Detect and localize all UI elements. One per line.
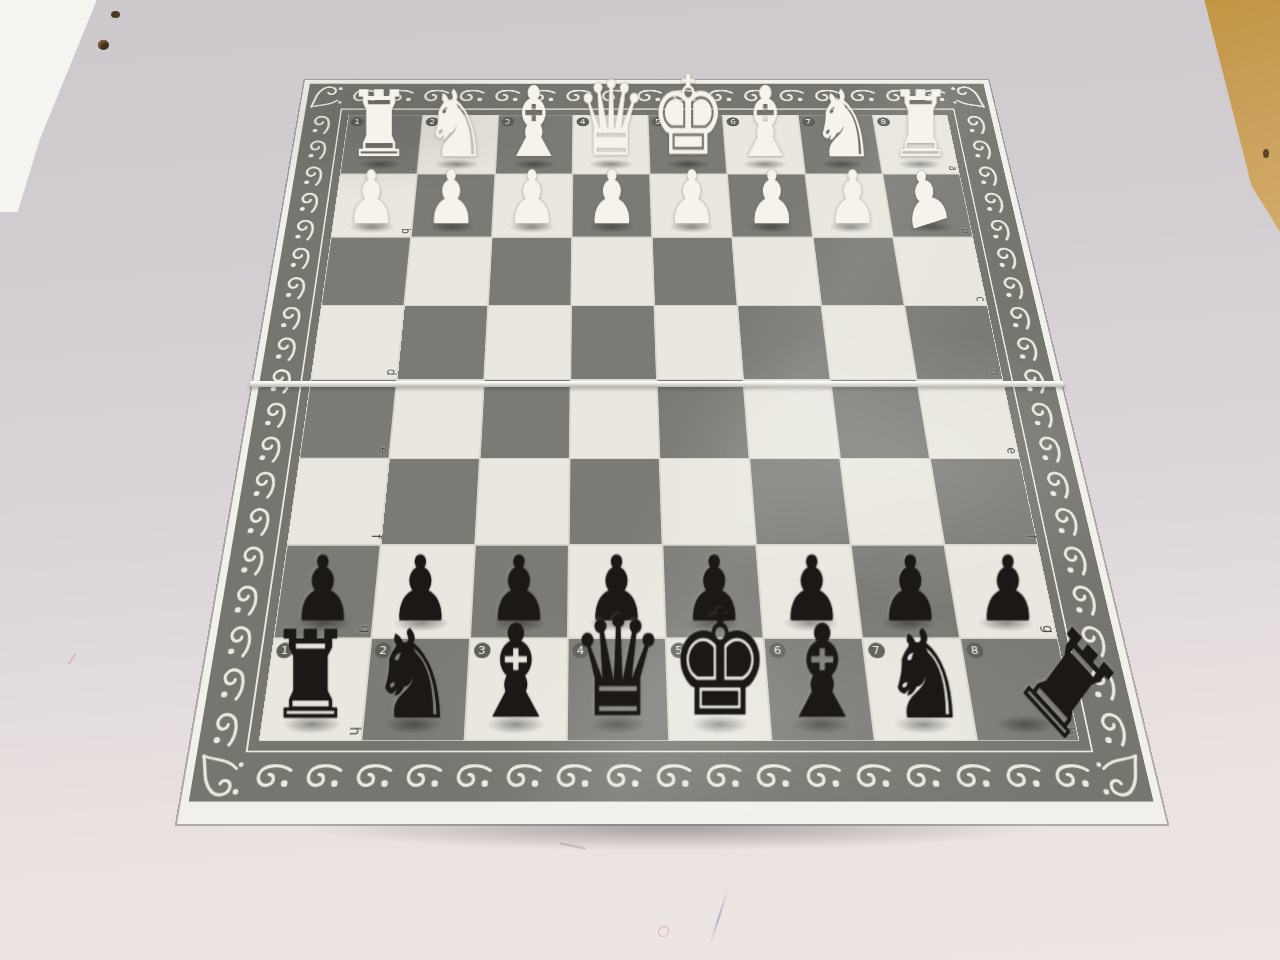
scroll-curl-icon	[1048, 502, 1082, 536]
square-b5[interactable]: ♟	[651, 174, 732, 236]
scroll-curl-icon	[229, 579, 262, 616]
square-f1[interactable]: f	[288, 459, 388, 544]
scroll-curl-icon	[844, 89, 877, 104]
scroll-curl-icon	[347, 89, 380, 104]
scroll-curl-icon	[489, 89, 520, 104]
square-b2[interactable]: ♟	[412, 174, 494, 236]
scroll-curl-icon	[667, 89, 698, 104]
square-e6[interactable]	[744, 380, 839, 458]
square-c3[interactable]	[488, 238, 570, 305]
scroll-curl-icon	[266, 364, 295, 394]
square-f8[interactable]: f	[931, 459, 1037, 544]
rank-letter-label: f	[369, 534, 383, 538]
scroll-curl-icon	[946, 762, 994, 791]
square-c5[interactable]	[653, 238, 737, 305]
scroll-curl-icon	[304, 136, 329, 159]
scroll-curl-icon	[797, 762, 843, 791]
scroll-curl-icon	[1011, 332, 1042, 361]
white-pawn[interactable]: ♟	[426, 160, 478, 234]
black-knight[interactable]: ♞	[882, 614, 968, 736]
scroll-curl-icon	[398, 762, 443, 791]
white-pawn[interactable]: ♟	[506, 160, 558, 234]
square-c7[interactable]	[813, 238, 903, 305]
square-e5[interactable]	[658, 380, 749, 458]
square-d4[interactable]	[571, 306, 656, 378]
corner-flourish-icon	[306, 84, 346, 110]
rank-letter-label: c	[973, 296, 986, 301]
scroll-curl-icon	[847, 762, 894, 791]
chess-scene: a1♜2♞3♝4♛5♚6♝7♞a8♜b♟♟♟♟♟♟♟b♟ccddeeffg♟♟♟…	[0, 0, 1280, 960]
square-f4[interactable]	[569, 459, 661, 544]
square-f2[interactable]	[382, 459, 479, 544]
square-d8[interactable]: d	[905, 306, 1002, 378]
fleur-flourish-icon	[947, 84, 989, 110]
square-h3[interactable]: 3♝	[465, 639, 567, 740]
black-knight[interactable]: ♞	[370, 614, 456, 736]
ornament-band-bottom	[242, 753, 1100, 802]
square-h2[interactable]: 2♞	[362, 639, 468, 740]
scroll-curl-icon	[300, 162, 326, 186]
black-queen[interactable]: ♛	[570, 598, 666, 736]
square-b7[interactable]: ♟	[806, 174, 892, 236]
scroll-curl-icon	[1032, 431, 1065, 463]
square-e3[interactable]	[480, 380, 569, 458]
scroll-curl-icon	[985, 215, 1013, 240]
white-pawn[interactable]: ♟	[746, 160, 798, 234]
square-h4[interactable]: 4♛	[568, 639, 669, 740]
square-e1[interactable]: e	[300, 380, 396, 458]
scroll-curl-icon	[525, 89, 556, 104]
scroll-curl-icon	[1083, 661, 1120, 701]
scroll-curl-icon	[973, 162, 1000, 186]
square-b1[interactable]: b♟	[332, 174, 417, 236]
scroll-curl-icon	[1056, 540, 1091, 576]
black-rook[interactable]: ♜	[268, 615, 353, 736]
square-h7[interactable]: 7♞	[863, 639, 976, 740]
scroll-curl-icon	[561, 89, 592, 104]
rank-letter-label: e	[1004, 447, 1018, 454]
scroll-curl-icon	[599, 762, 643, 791]
white-pawn[interactable]: ♟	[666, 160, 718, 234]
scroll-curl-icon	[247, 762, 294, 791]
scroll-curl-icon	[448, 762, 493, 791]
rank-letter-label: d	[384, 369, 397, 375]
rank-letter-label: e	[376, 447, 389, 454]
board-sheet: a1♜2♞3♝4♛5♚6♝7♞a8♜b♟♟♟♟♟♟♟b♟ccddeeffg♟♟♟…	[177, 80, 1167, 824]
fleur-flourish-icon	[306, 84, 346, 110]
square-h1[interactable]: h1♜	[260, 639, 371, 740]
scroll-curl-icon	[382, 89, 414, 104]
scroll-curl-icon	[962, 112, 988, 135]
square-d3[interactable]	[485, 306, 571, 378]
white-pawn[interactable]: ♟	[345, 160, 397, 234]
scroll-curl-icon	[348, 762, 394, 791]
square-h6[interactable]: 6♝	[765, 639, 874, 740]
scroll-curl-icon	[968, 136, 995, 159]
square-d5[interactable]	[655, 306, 742, 378]
scroll-curl-icon	[897, 762, 944, 791]
corner-flourish-icon	[947, 84, 989, 110]
scroll-curl-icon	[418, 89, 450, 104]
black-king[interactable]: ♚	[670, 591, 771, 736]
square-e7[interactable]	[831, 380, 929, 458]
scroll-curl-icon	[1025, 397, 1057, 428]
scroll-curl-icon	[271, 332, 300, 361]
scroll-curl-icon	[242, 502, 274, 536]
scroll-curl-icon	[1045, 762, 1094, 791]
scroll-curl-icon	[248, 466, 279, 499]
scroll-curl-icon	[632, 89, 663, 104]
scroll-curl-icon	[236, 540, 268, 576]
scroll-curl-icon	[291, 215, 318, 240]
scroll-curl-icon	[698, 762, 743, 791]
corner-flourish-icon	[1090, 750, 1152, 801]
scroll-curl-icon	[208, 705, 243, 746]
scroll-curl-icon	[549, 762, 592, 791]
scroll-curl-icon	[1040, 466, 1073, 499]
scroll-curl-icon	[1065, 579, 1101, 616]
square-e4[interactable]	[570, 380, 658, 458]
black-pawn[interactable]: ♟	[976, 544, 1039, 634]
scroll-curl-icon	[1004, 302, 1034, 330]
scroll-curl-icon	[997, 272, 1026, 299]
square-d1[interactable]: d	[311, 306, 403, 378]
fleur-flourish-icon	[190, 750, 249, 801]
scroll-curl-icon	[254, 431, 284, 463]
square-b8[interactable]: b♟	[883, 174, 972, 236]
square-f3[interactable]	[476, 459, 569, 544]
scroll-curl-icon	[297, 762, 344, 791]
scroll-curl-icon	[498, 762, 542, 791]
scroll-curl-icon	[222, 619, 256, 657]
board-grid: a1♜2♞3♝4♛5♚6♝7♞a8♜b♟♟♟♟♟♟♟b♟ccddeeffg♟♟♟…	[259, 115, 1080, 741]
black-bishop[interactable]: ♝	[471, 608, 561, 736]
scroll-curl-icon	[738, 89, 770, 104]
scroll-curl-icon	[296, 188, 322, 213]
square-f6[interactable]	[751, 459, 850, 544]
square-c2[interactable]	[405, 238, 490, 305]
square-d7[interactable]	[822, 306, 916, 378]
scroll-curl-icon	[596, 89, 627, 104]
scroll-curl-icon	[648, 762, 692, 791]
black-bishop[interactable]: ♝	[778, 608, 868, 736]
scroll-curl-icon	[773, 89, 805, 104]
scroll-curl-icon	[1074, 619, 1110, 657]
scroll-curl-icon	[281, 272, 309, 299]
corner-flourish-icon	[190, 750, 249, 801]
scroll-curl-icon	[979, 188, 1007, 213]
scroll-curl-icon	[879, 89, 912, 104]
rank-letter-label: d	[988, 369, 1002, 375]
scroll-curl-icon	[808, 89, 841, 104]
scroll-curl-icon	[1018, 364, 1049, 394]
square-d2[interactable]	[398, 306, 487, 378]
rank-letter-label: c	[393, 296, 405, 301]
scroll-curl-icon	[276, 302, 304, 330]
scroll-curl-icon	[1093, 705, 1131, 746]
scroll-curl-icon	[260, 397, 290, 428]
square-h5[interactable]: 5♚	[667, 639, 771, 740]
fleur-flourish-icon	[1090, 750, 1152, 801]
scroll-curl-icon	[748, 762, 793, 791]
square-f7[interactable]	[841, 459, 944, 544]
scroll-curl-icon	[914, 89, 948, 104]
square-c4[interactable]	[572, 238, 654, 305]
square-b3[interactable]: ♟	[492, 174, 571, 236]
square-c1[interactable]: c	[322, 238, 410, 305]
scroll-curl-icon	[308, 112, 333, 135]
square-h8[interactable]: h8♜	[961, 639, 1078, 740]
scroll-curl-icon	[996, 762, 1045, 791]
white-pawn[interactable]: ♟	[586, 160, 638, 234]
scroll-curl-icon	[702, 89, 734, 104]
white-pawn[interactable]: ♟	[826, 160, 878, 234]
scroll-curl-icon	[215, 661, 250, 701]
square-b4[interactable]: ♟	[572, 174, 651, 236]
ornament-band-top	[344, 84, 952, 109]
scroll-curl-icon	[991, 243, 1020, 269]
square-c8[interactable]: c	[894, 238, 987, 305]
square-e2[interactable]	[390, 380, 483, 458]
scroll-curl-icon	[454, 89, 486, 104]
square-f5[interactable]	[660, 459, 755, 544]
square-b6[interactable]: ♟	[728, 174, 812, 236]
scroll-curl-icon	[286, 243, 313, 269]
square-d6[interactable]	[738, 306, 829, 378]
square-e8[interactable]: e	[917, 380, 1018, 458]
fold-seam	[250, 381, 1065, 387]
square-c6[interactable]	[733, 238, 820, 305]
